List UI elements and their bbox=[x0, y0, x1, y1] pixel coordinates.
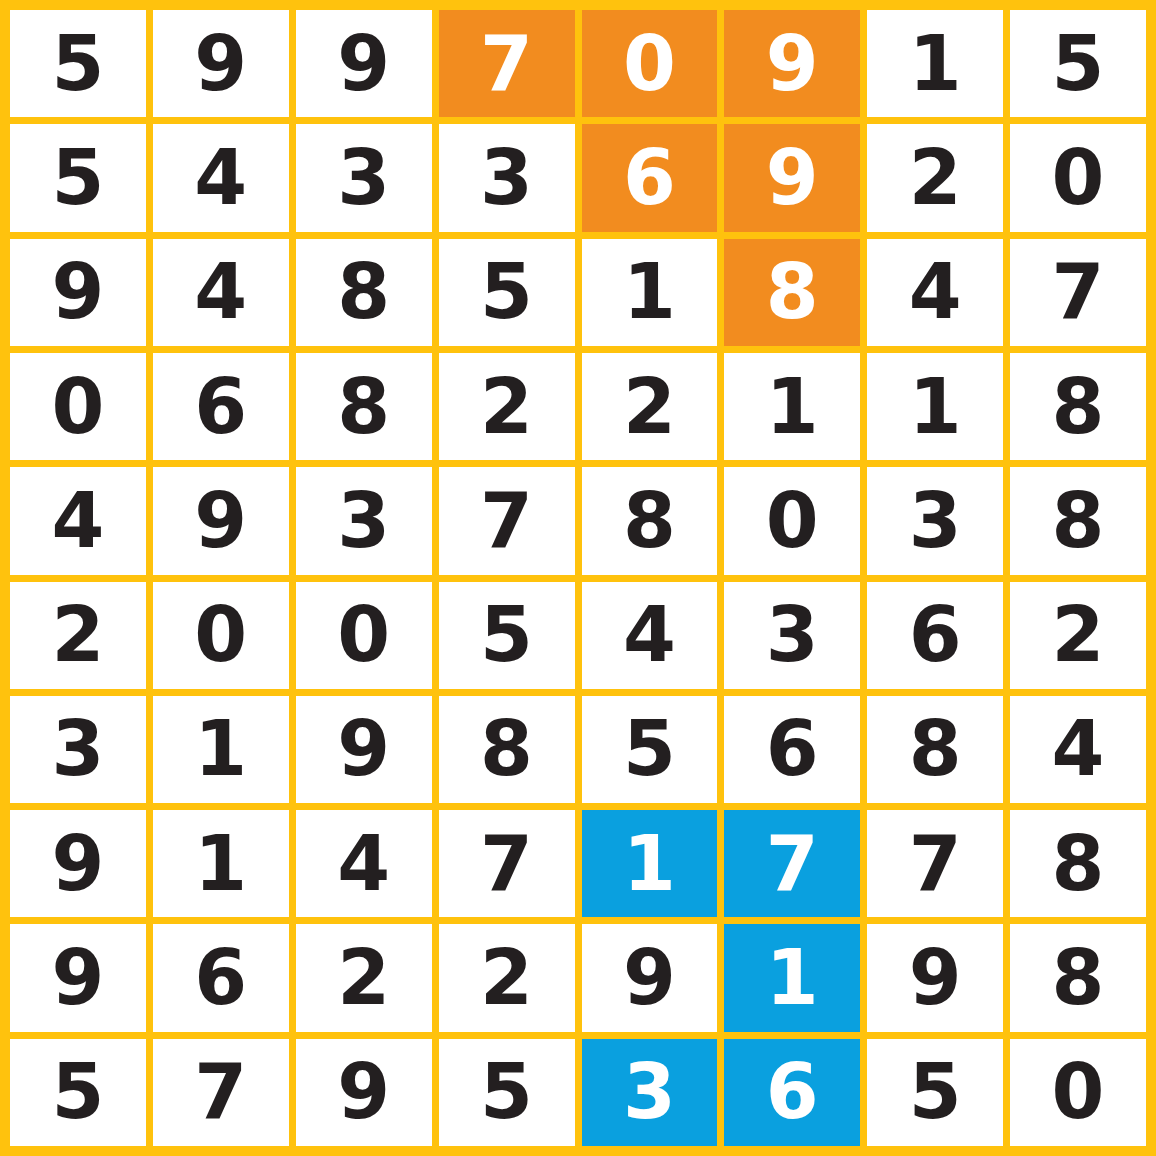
cell-r5c1[interactable]: 4 bbox=[10, 467, 146, 574]
cell-r5c3[interactable]: 3 bbox=[296, 467, 432, 574]
cell-r7c8[interactable]: 4 bbox=[1010, 696, 1146, 803]
cell-r9c6-highlighted-blue[interactable]: 1 bbox=[724, 924, 860, 1031]
cell-r4c1[interactable]: 0 bbox=[10, 353, 146, 460]
cell-r5c2[interactable]: 9 bbox=[153, 467, 289, 574]
cell-r7c7[interactable]: 8 bbox=[867, 696, 1003, 803]
cell-r5c7[interactable]: 3 bbox=[867, 467, 1003, 574]
cell-r9c8[interactable]: 8 bbox=[1010, 924, 1146, 1031]
cell-r7c4[interactable]: 8 bbox=[439, 696, 575, 803]
cell-r10c8[interactable]: 0 bbox=[1010, 1039, 1146, 1146]
cell-r9c7[interactable]: 9 bbox=[867, 924, 1003, 1031]
cell-r1c6-highlighted-orange[interactable]: 9 bbox=[724, 10, 860, 117]
cell-r3c3[interactable]: 8 bbox=[296, 239, 432, 346]
cell-r9c3[interactable]: 2 bbox=[296, 924, 432, 1031]
cell-r9c4[interactable]: 2 bbox=[439, 924, 575, 1031]
cell-r6c4[interactable]: 5 bbox=[439, 582, 575, 689]
cell-r1c3[interactable]: 9 bbox=[296, 10, 432, 117]
cell-r5c5[interactable]: 8 bbox=[582, 467, 718, 574]
number-grid: 5997091554336920948518470682211849378038… bbox=[0, 0, 1156, 1156]
cell-r3c5[interactable]: 1 bbox=[582, 239, 718, 346]
cell-r5c4[interactable]: 7 bbox=[439, 467, 575, 574]
cell-r10c2[interactable]: 7 bbox=[153, 1039, 289, 1146]
cell-r2c4[interactable]: 3 bbox=[439, 124, 575, 231]
cell-r1c7[interactable]: 1 bbox=[867, 10, 1003, 117]
cell-r2c6-highlighted-orange[interactable]: 9 bbox=[724, 124, 860, 231]
cell-r1c1[interactable]: 5 bbox=[10, 10, 146, 117]
cell-r4c6[interactable]: 1 bbox=[724, 353, 860, 460]
cell-r10c5-highlighted-blue[interactable]: 3 bbox=[582, 1039, 718, 1146]
cell-r2c3[interactable]: 3 bbox=[296, 124, 432, 231]
cell-r6c3[interactable]: 0 bbox=[296, 582, 432, 689]
cell-r6c7[interactable]: 6 bbox=[867, 582, 1003, 689]
cell-r7c6[interactable]: 6 bbox=[724, 696, 860, 803]
cell-r3c7[interactable]: 4 bbox=[867, 239, 1003, 346]
cell-r3c8[interactable]: 7 bbox=[1010, 239, 1146, 346]
cell-r10c1[interactable]: 5 bbox=[10, 1039, 146, 1146]
cell-r2c2[interactable]: 4 bbox=[153, 124, 289, 231]
cell-r9c5[interactable]: 9 bbox=[582, 924, 718, 1031]
cell-r10c4[interactable]: 5 bbox=[439, 1039, 575, 1146]
cell-r5c8[interactable]: 8 bbox=[1010, 467, 1146, 574]
cell-r4c8[interactable]: 8 bbox=[1010, 353, 1146, 460]
cell-r1c4-highlighted-orange[interactable]: 7 bbox=[439, 10, 575, 117]
cell-r4c2[interactable]: 6 bbox=[153, 353, 289, 460]
cell-r4c4[interactable]: 2 bbox=[439, 353, 575, 460]
cell-r2c5-highlighted-orange[interactable]: 6 bbox=[582, 124, 718, 231]
cell-r8c5-highlighted-blue[interactable]: 1 bbox=[582, 810, 718, 917]
cell-r4c5[interactable]: 2 bbox=[582, 353, 718, 460]
cell-r6c5[interactable]: 4 bbox=[582, 582, 718, 689]
cell-r7c5[interactable]: 5 bbox=[582, 696, 718, 803]
cell-r8c3[interactable]: 4 bbox=[296, 810, 432, 917]
cell-r9c1[interactable]: 9 bbox=[10, 924, 146, 1031]
cell-r3c2[interactable]: 4 bbox=[153, 239, 289, 346]
cell-r6c8[interactable]: 2 bbox=[1010, 582, 1146, 689]
cell-r8c2[interactable]: 1 bbox=[153, 810, 289, 917]
cell-r5c6[interactable]: 0 bbox=[724, 467, 860, 574]
cell-r10c7[interactable]: 5 bbox=[867, 1039, 1003, 1146]
cell-r8c7[interactable]: 7 bbox=[867, 810, 1003, 917]
cell-r3c1[interactable]: 9 bbox=[10, 239, 146, 346]
cell-r9c2[interactable]: 6 bbox=[153, 924, 289, 1031]
cell-r4c3[interactable]: 8 bbox=[296, 353, 432, 460]
cell-r8c4[interactable]: 7 bbox=[439, 810, 575, 917]
cell-r6c6[interactable]: 3 bbox=[724, 582, 860, 689]
cell-r7c2[interactable]: 1 bbox=[153, 696, 289, 803]
cell-r7c1[interactable]: 3 bbox=[10, 696, 146, 803]
cell-r3c4[interactable]: 5 bbox=[439, 239, 575, 346]
cell-r6c2[interactable]: 0 bbox=[153, 582, 289, 689]
cell-r7c3[interactable]: 9 bbox=[296, 696, 432, 803]
cell-r10c3[interactable]: 9 bbox=[296, 1039, 432, 1146]
cell-r3c6-highlighted-orange[interactable]: 8 bbox=[724, 239, 860, 346]
cell-r8c6-highlighted-blue[interactable]: 7 bbox=[724, 810, 860, 917]
cell-r10c6-highlighted-blue[interactable]: 6 bbox=[724, 1039, 860, 1146]
cell-r2c8[interactable]: 0 bbox=[1010, 124, 1146, 231]
cell-r1c2[interactable]: 9 bbox=[153, 10, 289, 117]
cell-r2c7[interactable]: 2 bbox=[867, 124, 1003, 231]
cell-r8c1[interactable]: 9 bbox=[10, 810, 146, 917]
cell-r8c8[interactable]: 8 bbox=[1010, 810, 1146, 917]
cell-r2c1[interactable]: 5 bbox=[10, 124, 146, 231]
cell-r6c1[interactable]: 2 bbox=[10, 582, 146, 689]
cell-r1c5-highlighted-orange[interactable]: 0 bbox=[582, 10, 718, 117]
cell-r1c8[interactable]: 5 bbox=[1010, 10, 1146, 117]
cell-r4c7[interactable]: 1 bbox=[867, 353, 1003, 460]
